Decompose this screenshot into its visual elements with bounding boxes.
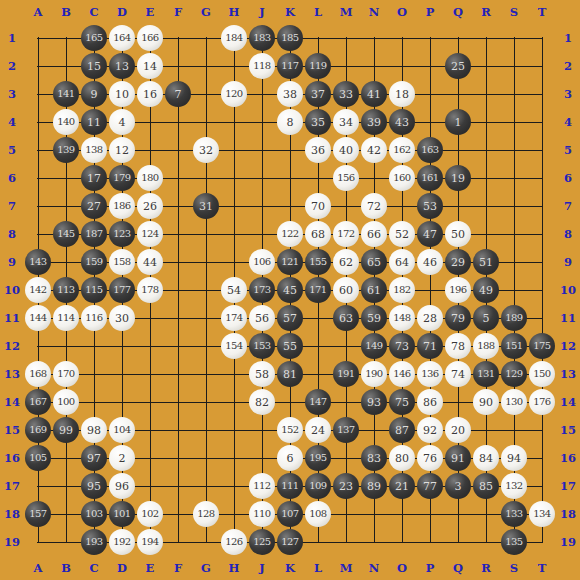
- intersection-R12[interactable]: 188: [472, 332, 500, 360]
- intersection-A3[interactable]: [24, 80, 52, 108]
- intersection-M10[interactable]: 60: [332, 276, 360, 304]
- intersection-H19[interactable]: 126: [220, 528, 248, 556]
- intersection-H5[interactable]: [220, 136, 248, 164]
- intersection-L19[interactable]: [304, 528, 332, 556]
- intersection-A5[interactable]: [24, 136, 52, 164]
- intersection-C3[interactable]: 9: [80, 80, 108, 108]
- intersection-J12[interactable]: 153: [248, 332, 276, 360]
- intersection-R19[interactable]: [472, 528, 500, 556]
- intersection-P14[interactable]: 86: [416, 388, 444, 416]
- intersection-B8[interactable]: 145: [52, 220, 80, 248]
- intersection-H16[interactable]: [220, 444, 248, 472]
- intersection-B18[interactable]: [52, 500, 80, 528]
- intersection-Q5[interactable]: [444, 136, 472, 164]
- intersection-N13[interactable]: 190: [360, 360, 388, 388]
- intersection-L1[interactable]: [304, 24, 332, 52]
- intersection-L11[interactable]: [304, 304, 332, 332]
- intersection-F14[interactable]: [164, 388, 192, 416]
- intersection-P18[interactable]: [416, 500, 444, 528]
- intersection-M1[interactable]: [332, 24, 360, 52]
- intersection-J19[interactable]: 125: [248, 528, 276, 556]
- intersection-G1[interactable]: [192, 24, 220, 52]
- intersection-L8[interactable]: 68: [304, 220, 332, 248]
- intersection-O9[interactable]: 64: [388, 248, 416, 276]
- intersection-K6[interactable]: [276, 164, 304, 192]
- intersection-D2[interactable]: 13: [108, 52, 136, 80]
- intersection-C6[interactable]: 17: [80, 164, 108, 192]
- intersection-E1[interactable]: 166: [136, 24, 164, 52]
- intersection-T15[interactable]: [528, 416, 556, 444]
- intersection-H3[interactable]: 120: [220, 80, 248, 108]
- intersection-B2[interactable]: [52, 52, 80, 80]
- intersection-S17[interactable]: 132: [500, 472, 528, 500]
- intersection-F16[interactable]: [164, 444, 192, 472]
- intersection-K14[interactable]: [276, 388, 304, 416]
- intersection-N8[interactable]: 66: [360, 220, 388, 248]
- intersection-R17[interactable]: 85: [472, 472, 500, 500]
- intersection-R15[interactable]: [472, 416, 500, 444]
- intersection-H11[interactable]: 174: [220, 304, 248, 332]
- intersection-G10[interactable]: [192, 276, 220, 304]
- intersection-J11[interactable]: 56: [248, 304, 276, 332]
- intersection-B4[interactable]: 140: [52, 108, 80, 136]
- intersection-Q14[interactable]: [444, 388, 472, 416]
- intersection-L10[interactable]: 171: [304, 276, 332, 304]
- intersection-K9[interactable]: 121: [276, 248, 304, 276]
- intersection-T16[interactable]: [528, 444, 556, 472]
- intersection-M14[interactable]: [332, 388, 360, 416]
- intersection-C16[interactable]: 97: [80, 444, 108, 472]
- intersection-J9[interactable]: 106: [248, 248, 276, 276]
- intersection-C11[interactable]: 116: [80, 304, 108, 332]
- intersection-S13[interactable]: 129: [500, 360, 528, 388]
- intersection-F17[interactable]: [164, 472, 192, 500]
- intersection-A14[interactable]: 167: [24, 388, 52, 416]
- intersection-B10[interactable]: 113: [52, 276, 80, 304]
- intersection-H18[interactable]: [220, 500, 248, 528]
- intersection-H4[interactable]: [220, 108, 248, 136]
- intersection-A17[interactable]: [24, 472, 52, 500]
- intersection-G17[interactable]: [192, 472, 220, 500]
- intersection-F6[interactable]: [164, 164, 192, 192]
- intersection-O19[interactable]: [388, 528, 416, 556]
- intersection-F15[interactable]: [164, 416, 192, 444]
- intersection-T12[interactable]: 175: [528, 332, 556, 360]
- intersection-E10[interactable]: 178: [136, 276, 164, 304]
- intersection-E17[interactable]: [136, 472, 164, 500]
- intersection-L7[interactable]: 70: [304, 192, 332, 220]
- intersection-N3[interactable]: 41: [360, 80, 388, 108]
- intersection-H9[interactable]: [220, 248, 248, 276]
- intersection-J14[interactable]: 82: [248, 388, 276, 416]
- intersection-P8[interactable]: 47: [416, 220, 444, 248]
- intersection-G9[interactable]: [192, 248, 220, 276]
- intersection-M19[interactable]: [332, 528, 360, 556]
- intersection-H7[interactable]: [220, 192, 248, 220]
- intersection-P3[interactable]: [416, 80, 444, 108]
- intersection-L15[interactable]: 24: [304, 416, 332, 444]
- intersection-J4[interactable]: [248, 108, 276, 136]
- intersection-J15[interactable]: [248, 416, 276, 444]
- intersection-R1[interactable]: [472, 24, 500, 52]
- intersection-A8[interactable]: [24, 220, 52, 248]
- intersection-N17[interactable]: 89: [360, 472, 388, 500]
- intersection-B9[interactable]: [52, 248, 80, 276]
- intersection-S18[interactable]: 133: [500, 500, 528, 528]
- intersection-M9[interactable]: 62: [332, 248, 360, 276]
- intersection-H13[interactable]: [220, 360, 248, 388]
- intersection-C4[interactable]: 11: [80, 108, 108, 136]
- intersection-A1[interactable]: [24, 24, 52, 52]
- intersection-D16[interactable]: 2: [108, 444, 136, 472]
- intersection-N4[interactable]: 39: [360, 108, 388, 136]
- intersection-J6[interactable]: [248, 164, 276, 192]
- intersection-P17[interactable]: 77: [416, 472, 444, 500]
- intersection-R14[interactable]: 90: [472, 388, 500, 416]
- intersection-Q19[interactable]: [444, 528, 472, 556]
- intersection-D12[interactable]: [108, 332, 136, 360]
- intersection-O1[interactable]: [388, 24, 416, 52]
- intersection-E18[interactable]: 102: [136, 500, 164, 528]
- intersection-O11[interactable]: 148: [388, 304, 416, 332]
- intersection-C5[interactable]: 138: [80, 136, 108, 164]
- intersection-B12[interactable]: [52, 332, 80, 360]
- intersection-L3[interactable]: 37: [304, 80, 332, 108]
- intersection-Q6[interactable]: 19: [444, 164, 472, 192]
- intersection-A9[interactable]: 143: [24, 248, 52, 276]
- intersection-O14[interactable]: 75: [388, 388, 416, 416]
- intersection-G18[interactable]: 128: [192, 500, 220, 528]
- intersection-L12[interactable]: [304, 332, 332, 360]
- intersection-C2[interactable]: 15: [80, 52, 108, 80]
- intersection-C15[interactable]: 98: [80, 416, 108, 444]
- intersection-R4[interactable]: [472, 108, 500, 136]
- intersection-Q10[interactable]: 196: [444, 276, 472, 304]
- intersection-A6[interactable]: [24, 164, 52, 192]
- intersection-N16[interactable]: 83: [360, 444, 388, 472]
- intersection-G4[interactable]: [192, 108, 220, 136]
- intersection-K8[interactable]: 122: [276, 220, 304, 248]
- intersection-R7[interactable]: [472, 192, 500, 220]
- intersection-Q15[interactable]: 20: [444, 416, 472, 444]
- intersection-P16[interactable]: 76: [416, 444, 444, 472]
- intersection-Q18[interactable]: [444, 500, 472, 528]
- intersection-D5[interactable]: 12: [108, 136, 136, 164]
- intersection-M15[interactable]: 137: [332, 416, 360, 444]
- intersection-O15[interactable]: 87: [388, 416, 416, 444]
- intersection-K13[interactable]: 81: [276, 360, 304, 388]
- intersection-K16[interactable]: 6: [276, 444, 304, 472]
- intersection-E2[interactable]: 14: [136, 52, 164, 80]
- intersection-K7[interactable]: [276, 192, 304, 220]
- intersection-M4[interactable]: 34: [332, 108, 360, 136]
- intersection-O12[interactable]: 73: [388, 332, 416, 360]
- intersection-N18[interactable]: [360, 500, 388, 528]
- intersection-L9[interactable]: 155: [304, 248, 332, 276]
- intersection-B7[interactable]: [52, 192, 80, 220]
- intersection-E15[interactable]: [136, 416, 164, 444]
- intersection-K3[interactable]: 38: [276, 80, 304, 108]
- intersection-A12[interactable]: [24, 332, 52, 360]
- intersection-N1[interactable]: [360, 24, 388, 52]
- intersection-L2[interactable]: 119: [304, 52, 332, 80]
- intersection-C12[interactable]: [80, 332, 108, 360]
- intersection-O6[interactable]: 160: [388, 164, 416, 192]
- intersection-A16[interactable]: 105: [24, 444, 52, 472]
- intersection-S12[interactable]: 151: [500, 332, 528, 360]
- intersection-N2[interactable]: [360, 52, 388, 80]
- intersection-B15[interactable]: 99: [52, 416, 80, 444]
- intersection-J2[interactable]: 118: [248, 52, 276, 80]
- intersection-M16[interactable]: [332, 444, 360, 472]
- intersection-P13[interactable]: 136: [416, 360, 444, 388]
- intersection-S14[interactable]: 130: [500, 388, 528, 416]
- intersection-T17[interactable]: [528, 472, 556, 500]
- intersection-L17[interactable]: 109: [304, 472, 332, 500]
- intersection-E14[interactable]: [136, 388, 164, 416]
- intersection-G3[interactable]: [192, 80, 220, 108]
- intersection-D1[interactable]: 164: [108, 24, 136, 52]
- intersection-G11[interactable]: [192, 304, 220, 332]
- intersection-F2[interactable]: [164, 52, 192, 80]
- intersection-D4[interactable]: 4: [108, 108, 136, 136]
- intersection-M2[interactable]: [332, 52, 360, 80]
- intersection-D10[interactable]: 177: [108, 276, 136, 304]
- intersection-G2[interactable]: [192, 52, 220, 80]
- intersection-R13[interactable]: 131: [472, 360, 500, 388]
- intersection-M7[interactable]: [332, 192, 360, 220]
- intersection-J10[interactable]: 173: [248, 276, 276, 304]
- intersection-D13[interactable]: [108, 360, 136, 388]
- intersection-J3[interactable]: [248, 80, 276, 108]
- intersection-S19[interactable]: 135: [500, 528, 528, 556]
- intersection-K2[interactable]: 117: [276, 52, 304, 80]
- intersection-R6[interactable]: [472, 164, 500, 192]
- intersection-O5[interactable]: 162: [388, 136, 416, 164]
- intersection-B17[interactable]: [52, 472, 80, 500]
- intersection-K15[interactable]: 152: [276, 416, 304, 444]
- intersection-Q9[interactable]: 29: [444, 248, 472, 276]
- intersection-E4[interactable]: [136, 108, 164, 136]
- intersection-R2[interactable]: [472, 52, 500, 80]
- intersection-J18[interactable]: 110: [248, 500, 276, 528]
- intersection-H10[interactable]: 54: [220, 276, 248, 304]
- intersection-C18[interactable]: 103: [80, 500, 108, 528]
- intersection-A19[interactable]: [24, 528, 52, 556]
- intersection-P4[interactable]: [416, 108, 444, 136]
- intersection-N11[interactable]: 59: [360, 304, 388, 332]
- intersection-B16[interactable]: [52, 444, 80, 472]
- intersection-H15[interactable]: [220, 416, 248, 444]
- intersection-D7[interactable]: 186: [108, 192, 136, 220]
- intersection-A7[interactable]: [24, 192, 52, 220]
- intersection-C9[interactable]: 159: [80, 248, 108, 276]
- intersection-T10[interactable]: [528, 276, 556, 304]
- intersection-J5[interactable]: [248, 136, 276, 164]
- intersection-C8[interactable]: 187: [80, 220, 108, 248]
- intersection-G12[interactable]: [192, 332, 220, 360]
- intersection-C19[interactable]: 193: [80, 528, 108, 556]
- intersection-S4[interactable]: [500, 108, 528, 136]
- intersection-G5[interactable]: 32: [192, 136, 220, 164]
- intersection-P6[interactable]: 161: [416, 164, 444, 192]
- intersection-A15[interactable]: 169: [24, 416, 52, 444]
- intersection-S9[interactable]: [500, 248, 528, 276]
- intersection-T5[interactable]: [528, 136, 556, 164]
- intersection-M12[interactable]: [332, 332, 360, 360]
- intersection-L13[interactable]: [304, 360, 332, 388]
- intersection-Q4[interactable]: 1: [444, 108, 472, 136]
- intersection-S6[interactable]: [500, 164, 528, 192]
- intersection-S16[interactable]: 94: [500, 444, 528, 472]
- intersection-E7[interactable]: 26: [136, 192, 164, 220]
- intersection-C13[interactable]: [80, 360, 108, 388]
- intersection-F19[interactable]: [164, 528, 192, 556]
- intersection-F1[interactable]: [164, 24, 192, 52]
- intersection-O7[interactable]: [388, 192, 416, 220]
- intersection-N6[interactable]: [360, 164, 388, 192]
- intersection-H1[interactable]: 184: [220, 24, 248, 52]
- intersection-J13[interactable]: 58: [248, 360, 276, 388]
- intersection-B14[interactable]: 100: [52, 388, 80, 416]
- intersection-S11[interactable]: 189: [500, 304, 528, 332]
- intersection-P11[interactable]: 28: [416, 304, 444, 332]
- intersection-H17[interactable]: [220, 472, 248, 500]
- intersection-K12[interactable]: 55: [276, 332, 304, 360]
- intersection-R3[interactable]: [472, 80, 500, 108]
- intersection-P10[interactable]: [416, 276, 444, 304]
- intersection-A18[interactable]: 157: [24, 500, 52, 528]
- intersection-A10[interactable]: 142: [24, 276, 52, 304]
- intersection-D9[interactable]: 158: [108, 248, 136, 276]
- intersection-D19[interactable]: 192: [108, 528, 136, 556]
- intersection-C14[interactable]: [80, 388, 108, 416]
- intersection-F9[interactable]: [164, 248, 192, 276]
- intersection-Q16[interactable]: 91: [444, 444, 472, 472]
- intersection-M11[interactable]: 63: [332, 304, 360, 332]
- intersection-S5[interactable]: [500, 136, 528, 164]
- intersection-G14[interactable]: [192, 388, 220, 416]
- intersection-E9[interactable]: 44: [136, 248, 164, 276]
- intersection-F12[interactable]: [164, 332, 192, 360]
- intersection-N10[interactable]: 61: [360, 276, 388, 304]
- intersection-H12[interactable]: 154: [220, 332, 248, 360]
- intersection-K5[interactable]: [276, 136, 304, 164]
- intersection-L18[interactable]: 108: [304, 500, 332, 528]
- intersection-J1[interactable]: 183: [248, 24, 276, 52]
- intersection-P12[interactable]: 71: [416, 332, 444, 360]
- intersection-K18[interactable]: 107: [276, 500, 304, 528]
- intersection-S7[interactable]: [500, 192, 528, 220]
- intersection-H2[interactable]: [220, 52, 248, 80]
- intersection-H14[interactable]: [220, 388, 248, 416]
- intersection-J17[interactable]: 112: [248, 472, 276, 500]
- intersection-D14[interactable]: [108, 388, 136, 416]
- intersection-S8[interactable]: [500, 220, 528, 248]
- intersection-G16[interactable]: [192, 444, 220, 472]
- intersection-C10[interactable]: 115: [80, 276, 108, 304]
- intersection-O3[interactable]: 18: [388, 80, 416, 108]
- intersection-D18[interactable]: 101: [108, 500, 136, 528]
- intersection-M17[interactable]: 23: [332, 472, 360, 500]
- intersection-P15[interactable]: 92: [416, 416, 444, 444]
- intersection-A2[interactable]: [24, 52, 52, 80]
- intersection-Q8[interactable]: 50: [444, 220, 472, 248]
- intersection-D6[interactable]: 179: [108, 164, 136, 192]
- intersection-Q13[interactable]: 74: [444, 360, 472, 388]
- intersection-S1[interactable]: [500, 24, 528, 52]
- intersection-T7[interactable]: [528, 192, 556, 220]
- intersection-S3[interactable]: [500, 80, 528, 108]
- intersection-F18[interactable]: [164, 500, 192, 528]
- intersection-P7[interactable]: 53: [416, 192, 444, 220]
- intersection-F4[interactable]: [164, 108, 192, 136]
- intersection-R9[interactable]: 51: [472, 248, 500, 276]
- intersection-Q7[interactable]: [444, 192, 472, 220]
- intersection-F8[interactable]: [164, 220, 192, 248]
- intersection-P2[interactable]: [416, 52, 444, 80]
- intersection-S15[interactable]: [500, 416, 528, 444]
- intersection-B3[interactable]: 141: [52, 80, 80, 108]
- intersection-K10[interactable]: 45: [276, 276, 304, 304]
- intersection-B19[interactable]: [52, 528, 80, 556]
- intersection-H8[interactable]: [220, 220, 248, 248]
- intersection-M5[interactable]: 40: [332, 136, 360, 164]
- intersection-T11[interactable]: [528, 304, 556, 332]
- intersection-N15[interactable]: [360, 416, 388, 444]
- intersection-A4[interactable]: [24, 108, 52, 136]
- intersection-J16[interactable]: [248, 444, 276, 472]
- intersection-M6[interactable]: 156: [332, 164, 360, 192]
- intersection-D11[interactable]: 30: [108, 304, 136, 332]
- intersection-C17[interactable]: 95: [80, 472, 108, 500]
- intersection-L16[interactable]: 195: [304, 444, 332, 472]
- intersection-E16[interactable]: [136, 444, 164, 472]
- intersection-D17[interactable]: 96: [108, 472, 136, 500]
- intersection-N14[interactable]: 93: [360, 388, 388, 416]
- intersection-B1[interactable]: [52, 24, 80, 52]
- intersection-K11[interactable]: 57: [276, 304, 304, 332]
- intersection-Q1[interactable]: [444, 24, 472, 52]
- intersection-O16[interactable]: 80: [388, 444, 416, 472]
- intersection-E11[interactable]: [136, 304, 164, 332]
- intersection-G19[interactable]: [192, 528, 220, 556]
- intersection-T4[interactable]: [528, 108, 556, 136]
- intersection-O2[interactable]: [388, 52, 416, 80]
- intersection-Q3[interactable]: [444, 80, 472, 108]
- intersection-O18[interactable]: [388, 500, 416, 528]
- intersection-F11[interactable]: [164, 304, 192, 332]
- intersection-F7[interactable]: [164, 192, 192, 220]
- intersection-R11[interactable]: 5: [472, 304, 500, 332]
- intersection-H6[interactable]: [220, 164, 248, 192]
- intersection-G13[interactable]: [192, 360, 220, 388]
- intersection-B6[interactable]: [52, 164, 80, 192]
- intersection-B5[interactable]: 139: [52, 136, 80, 164]
- intersection-P9[interactable]: 46: [416, 248, 444, 276]
- intersection-O13[interactable]: 146: [388, 360, 416, 388]
- intersection-T9[interactable]: [528, 248, 556, 276]
- intersection-T18[interactable]: 134: [528, 500, 556, 528]
- intersection-D3[interactable]: 10: [108, 80, 136, 108]
- intersection-O10[interactable]: 182: [388, 276, 416, 304]
- intersection-O4[interactable]: 43: [388, 108, 416, 136]
- intersection-K1[interactable]: 185: [276, 24, 304, 52]
- intersection-B13[interactable]: 170: [52, 360, 80, 388]
- intersection-F3[interactable]: 7: [164, 80, 192, 108]
- intersection-T14[interactable]: 176: [528, 388, 556, 416]
- intersection-M13[interactable]: 191: [332, 360, 360, 388]
